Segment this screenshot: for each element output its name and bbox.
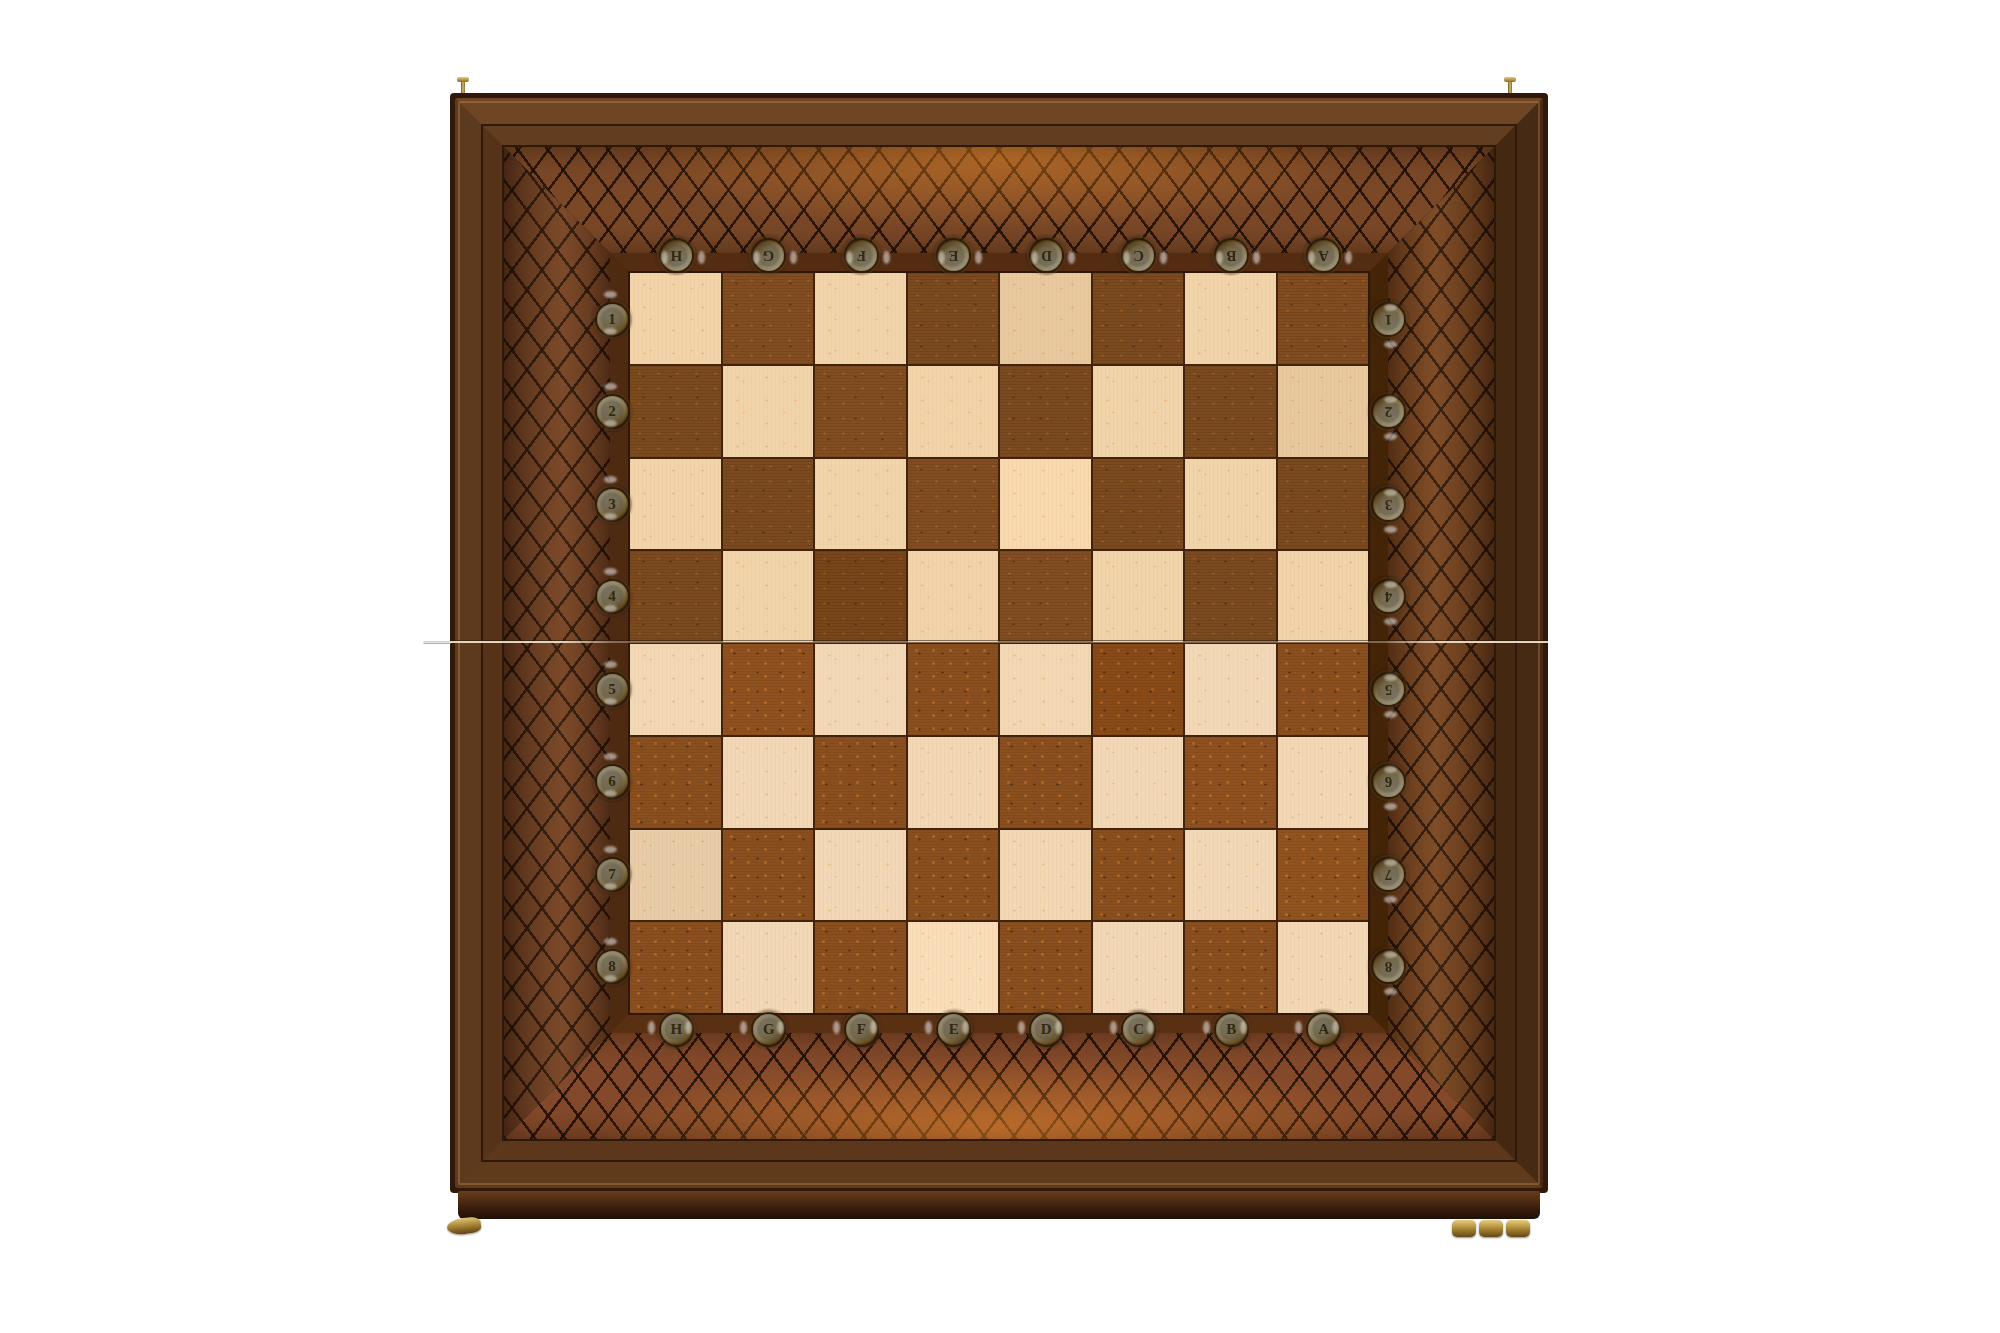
lattice-band-right <box>1388 147 1494 1139</box>
square-f2[interactable] <box>815 366 906 457</box>
coord-right-6: 6 <box>1373 766 1404 797</box>
brass-hinge-bottom-right-icon <box>1452 1220 1530 1237</box>
square-e5[interactable] <box>908 644 999 735</box>
square-c1[interactable] <box>1093 273 1184 364</box>
square-f5[interactable] <box>815 644 906 735</box>
lattice-band-bottom <box>504 1033 1494 1139</box>
square-c7[interactable] <box>1093 830 1184 921</box>
fold-seam <box>450 641 1548 643</box>
square-g6[interactable] <box>723 737 814 828</box>
coord-right-1: 1 <box>1373 304 1404 335</box>
square-g7[interactable] <box>723 830 814 921</box>
square-g1[interactable] <box>723 273 814 364</box>
square-g4[interactable] <box>723 551 814 642</box>
square-b6[interactable] <box>1185 737 1276 828</box>
square-b5[interactable] <box>1185 644 1276 735</box>
square-h6[interactable] <box>630 737 721 828</box>
coord-left-8: 8 <box>597 951 628 982</box>
square-a2[interactable] <box>1278 366 1369 457</box>
square-h8[interactable] <box>630 922 721 1013</box>
coord-left-4: 4 <box>597 581 628 612</box>
square-h2[interactable] <box>630 366 721 457</box>
coord-bottom-a: A <box>1308 1014 1339 1045</box>
hinge-knuckle <box>1506 1220 1530 1237</box>
coord-bottom-d: D <box>1031 1014 1062 1045</box>
coord-bottom-f: F <box>846 1014 877 1045</box>
coord-bottom-e: E <box>938 1014 969 1045</box>
lattice-band-left <box>504 147 610 1139</box>
coord-top-e: E <box>938 240 969 271</box>
square-a3[interactable] <box>1278 459 1369 550</box>
square-d6[interactable] <box>1000 737 1091 828</box>
square-g2[interactable] <box>723 366 814 457</box>
brass-pin-top-right-icon <box>1508 81 1512 93</box>
coord-right-7: 7 <box>1373 859 1404 890</box>
square-b2[interactable] <box>1185 366 1276 457</box>
square-h3[interactable] <box>630 459 721 550</box>
square-f4[interactable] <box>815 551 906 642</box>
coord-left-5: 5 <box>597 674 628 705</box>
coord-top-d: D <box>1031 240 1062 271</box>
square-e1[interactable] <box>908 273 999 364</box>
coord-left-7: 7 <box>597 859 628 890</box>
square-d7[interactable] <box>1000 830 1091 921</box>
square-c5[interactable] <box>1093 644 1184 735</box>
board-side-face <box>458 1191 1540 1219</box>
square-d3[interactable] <box>1000 459 1091 550</box>
coord-bottom-h: H <box>661 1014 692 1045</box>
square-c6[interactable] <box>1093 737 1184 828</box>
square-b4[interactable] <box>1185 551 1276 642</box>
brass-pin-top-left-icon <box>461 81 465 93</box>
coord-bottom-g: G <box>753 1014 784 1045</box>
coord-top-a: A <box>1308 240 1339 271</box>
square-h1[interactable] <box>630 273 721 364</box>
square-b1[interactable] <box>1185 273 1276 364</box>
square-e6[interactable] <box>908 737 999 828</box>
square-f8[interactable] <box>815 922 906 1013</box>
square-f3[interactable] <box>815 459 906 550</box>
square-a1[interactable] <box>1278 273 1369 364</box>
play-area <box>630 273 1368 1013</box>
coord-left-2: 2 <box>597 396 628 427</box>
square-c4[interactable] <box>1093 551 1184 642</box>
square-b3[interactable] <box>1185 459 1276 550</box>
square-c8[interactable] <box>1093 922 1184 1013</box>
square-c3[interactable] <box>1093 459 1184 550</box>
square-h5[interactable] <box>630 644 721 735</box>
square-a7[interactable] <box>1278 830 1369 921</box>
coord-left-6: 6 <box>597 766 628 797</box>
coord-right-4: 4 <box>1373 581 1404 612</box>
coord-top-h: H <box>661 240 692 271</box>
square-h7[interactable] <box>630 830 721 921</box>
square-a6[interactable] <box>1278 737 1369 828</box>
hinge-pin-icon <box>423 641 451 644</box>
coord-top-c: C <box>1123 240 1154 271</box>
square-h4[interactable] <box>630 551 721 642</box>
lattice-band-top <box>504 147 1494 253</box>
coord-bottom-b: B <box>1216 1014 1247 1045</box>
square-e3[interactable] <box>908 459 999 550</box>
coord-top-f: F <box>846 240 877 271</box>
square-e7[interactable] <box>908 830 999 921</box>
coord-right-5: 5 <box>1373 674 1404 705</box>
square-g5[interactable] <box>723 644 814 735</box>
coord-bottom-c: C <box>1123 1014 1154 1045</box>
coord-left-3: 3 <box>597 489 628 520</box>
square-d1[interactable] <box>1000 273 1091 364</box>
square-d4[interactable] <box>1000 551 1091 642</box>
square-b8[interactable] <box>1185 922 1276 1013</box>
brass-foot-bottom-left-icon <box>446 1216 481 1235</box>
coord-top-g: G <box>753 240 784 271</box>
coord-right-2: 2 <box>1373 396 1404 427</box>
coord-right-3: 3 <box>1373 489 1404 520</box>
square-f6[interactable] <box>815 737 906 828</box>
square-d8[interactable] <box>1000 922 1091 1013</box>
square-f1[interactable] <box>815 273 906 364</box>
square-g8[interactable] <box>723 922 814 1013</box>
square-a8[interactable] <box>1278 922 1369 1013</box>
square-e2[interactable] <box>908 366 999 457</box>
square-a5[interactable] <box>1278 644 1369 735</box>
square-e8[interactable] <box>908 922 999 1013</box>
chess-board: HGFEDCBAHGFEDCBA1234567812345678 <box>450 93 1548 1193</box>
square-g3[interactable] <box>723 459 814 550</box>
square-d2[interactable] <box>1000 366 1091 457</box>
coord-top-b: B <box>1216 240 1247 271</box>
coord-left-1: 1 <box>597 304 628 335</box>
hinge-knuckle <box>1452 1220 1476 1237</box>
square-c2[interactable] <box>1093 366 1184 457</box>
square-a4[interactable] <box>1278 551 1369 642</box>
photo-background: HGFEDCBAHGFEDCBA1234567812345678 <box>0 0 2000 1333</box>
square-d5[interactable] <box>1000 644 1091 735</box>
coord-right-8: 8 <box>1373 951 1404 982</box>
square-e4[interactable] <box>908 551 999 642</box>
hinge-knuckle <box>1479 1220 1503 1237</box>
square-f7[interactable] <box>815 830 906 921</box>
square-b7[interactable] <box>1185 830 1276 921</box>
